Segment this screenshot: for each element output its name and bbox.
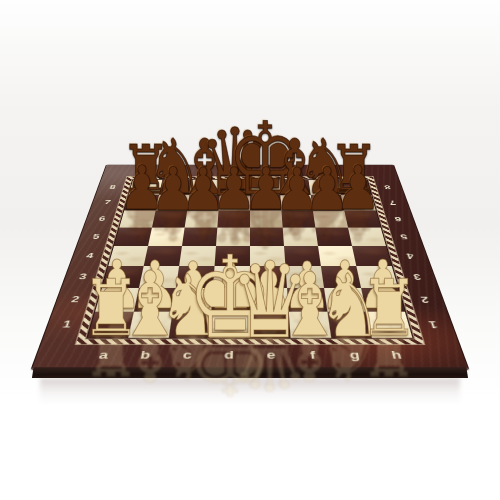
file-label-f: f <box>309 349 316 360</box>
square-c6 <box>185 210 219 227</box>
square-d1 <box>209 312 250 338</box>
file-label-top-a: a <box>147 169 153 173</box>
table-reflection <box>40 378 460 404</box>
square-f1 <box>289 312 331 338</box>
file-label-top-b: b <box>176 169 182 173</box>
square-h5 <box>348 228 386 246</box>
square-b8 <box>159 180 191 195</box>
chessboard: aabbccddeeffgghh8877665544332211 <box>32 165 468 369</box>
file-label-top-h: h <box>347 169 353 173</box>
square-g1 <box>327 312 371 338</box>
square-c8 <box>189 180 220 195</box>
square-a6 <box>119 210 155 227</box>
file-label-b: b <box>140 349 152 360</box>
square-g5 <box>315 228 352 246</box>
square-c7 <box>187 195 220 211</box>
file-label-top-c: c <box>205 169 210 173</box>
square-f7 <box>280 195 313 211</box>
file-label-top-g: g <box>319 169 325 173</box>
square-e2 <box>250 288 289 312</box>
square-a7 <box>124 195 159 211</box>
file-label-d: d <box>224 349 234 360</box>
file-label-c: c <box>182 349 192 360</box>
square-c2 <box>173 288 213 312</box>
square-a5 <box>114 228 152 246</box>
square-h2 <box>361 288 405 312</box>
product-photo: aabbccddeeffgghh8877665544332211 ♜♜♞♞♝♝♛… <box>0 0 500 500</box>
square-f8 <box>279 180 310 195</box>
square-g6 <box>313 210 348 227</box>
square-h7 <box>341 195 376 211</box>
square-a3 <box>102 266 144 288</box>
square-e8 <box>250 180 280 195</box>
square-b2 <box>134 288 176 312</box>
square-f5 <box>283 228 318 246</box>
square-d4 <box>215 246 250 266</box>
file-label-top-d: d <box>233 169 238 173</box>
square-c3 <box>176 266 215 288</box>
square-f4 <box>284 246 321 266</box>
square-e5 <box>250 228 284 246</box>
square-d5 <box>216 228 250 246</box>
square-f3 <box>285 266 324 288</box>
square-b6 <box>152 210 187 227</box>
square-g2 <box>324 288 366 312</box>
square-d6 <box>217 210 250 227</box>
square-g3 <box>321 266 361 288</box>
file-label-e: e <box>266 349 275 360</box>
square-f2 <box>287 288 327 312</box>
square-e6 <box>250 210 283 227</box>
file-label-top-f: f <box>291 169 294 173</box>
square-g7 <box>311 195 345 211</box>
square-e1 <box>250 312 291 338</box>
square-h1 <box>366 312 412 338</box>
square-c4 <box>179 246 216 266</box>
square-g8 <box>308 180 340 195</box>
board-grid <box>86 179 414 338</box>
square-g4 <box>318 246 356 266</box>
square-a8 <box>129 180 162 195</box>
file-label-top-e: e <box>262 169 267 173</box>
board-front-edge <box>32 367 468 378</box>
square-h4 <box>352 246 392 266</box>
square-b4 <box>144 246 182 266</box>
square-f6 <box>281 210 315 227</box>
square-c5 <box>182 228 217 246</box>
square-d2 <box>211 288 250 312</box>
square-h3 <box>356 266 398 288</box>
square-c1 <box>169 312 211 338</box>
square-b7 <box>156 195 190 211</box>
square-d8 <box>220 180 250 195</box>
square-e4 <box>250 246 285 266</box>
square-b1 <box>128 312 172 338</box>
square-a4 <box>108 246 148 266</box>
square-d7 <box>219 195 250 211</box>
square-a2 <box>95 288 139 312</box>
square-d3 <box>213 266 250 288</box>
square-h8 <box>338 180 371 195</box>
square-e7 <box>250 195 281 211</box>
square-e3 <box>250 266 287 288</box>
file-label-g: g <box>349 349 361 360</box>
square-h6 <box>344 210 380 227</box>
square-b5 <box>148 228 185 246</box>
square-a1 <box>88 312 134 338</box>
square-b3 <box>139 266 179 288</box>
